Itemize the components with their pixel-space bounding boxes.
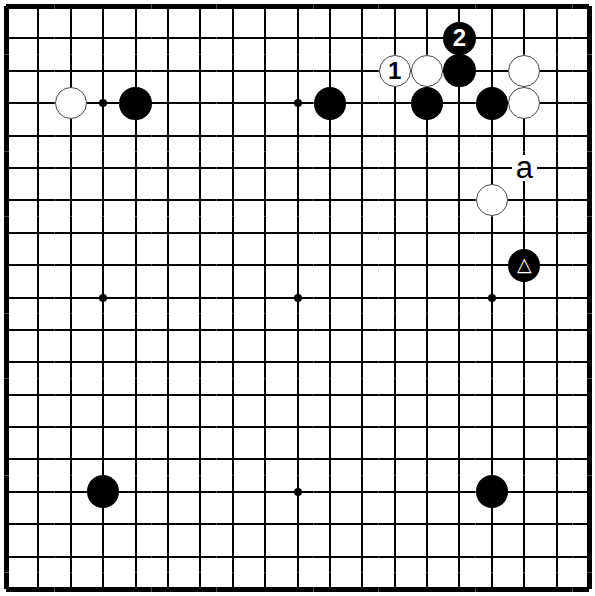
intersection-F19[interactable] [152, 0, 184, 22]
intersection-O6[interactable] [411, 411, 443, 443]
intersection-M8[interactable] [346, 346, 378, 378]
intersection-G9[interactable] [184, 314, 216, 346]
intersection-P1[interactable] [443, 573, 475, 596]
intersection-A12[interactable] [0, 217, 22, 249]
intersection-R3[interactable] [508, 508, 540, 540]
intersection-K10[interactable] [281, 281, 313, 313]
intersection-P15[interactable] [443, 119, 475, 151]
intersection-A10[interactable] [0, 281, 22, 313]
intersection-R16[interactable] [508, 87, 540, 119]
intersection-M16[interactable] [346, 87, 378, 119]
intersection-S17[interactable] [540, 55, 572, 87]
intersection-B19[interactable] [22, 0, 54, 22]
intersection-S9[interactable] [540, 314, 572, 346]
intersection-A16[interactable] [0, 87, 22, 119]
intersection-J10[interactable] [249, 281, 281, 313]
intersection-E17[interactable] [119, 55, 151, 87]
intersection-K4[interactable] [281, 476, 313, 508]
intersection-A9[interactable] [0, 314, 22, 346]
intersection-C9[interactable] [55, 314, 87, 346]
intersection-D13[interactable] [87, 184, 119, 216]
intersection-C14[interactable] [55, 152, 87, 184]
intersection-D10[interactable] [87, 281, 119, 313]
intersection-K14[interactable] [281, 152, 313, 184]
intersection-F4[interactable] [152, 476, 184, 508]
intersection-O4[interactable] [411, 476, 443, 508]
intersection-M10[interactable] [346, 281, 378, 313]
intersection-S2[interactable] [540, 540, 572, 572]
intersection-K2[interactable] [281, 540, 313, 572]
intersection-B10[interactable] [22, 281, 54, 313]
intersection-B14[interactable] [22, 152, 54, 184]
intersection-T14[interactable] [573, 152, 595, 184]
intersection-K3[interactable] [281, 508, 313, 540]
intersection-S10[interactable] [540, 281, 572, 313]
intersection-B18[interactable] [22, 22, 54, 54]
intersection-B13[interactable] [22, 184, 54, 216]
intersection-L9[interactable] [314, 314, 346, 346]
intersection-C16[interactable] [55, 87, 87, 119]
intersection-T3[interactable] [573, 508, 595, 540]
intersection-S3[interactable] [540, 508, 572, 540]
intersection-M9[interactable] [346, 314, 378, 346]
intersection-N5[interactable] [379, 443, 411, 475]
intersection-M1[interactable] [346, 573, 378, 596]
intersection-H1[interactable] [217, 573, 249, 596]
intersection-E14[interactable] [119, 152, 151, 184]
intersection-P2[interactable] [443, 540, 475, 572]
intersection-N8[interactable] [379, 346, 411, 378]
intersection-Q14[interactable] [476, 152, 508, 184]
intersection-O11[interactable] [411, 249, 443, 281]
intersection-Q7[interactable] [476, 379, 508, 411]
intersection-Q19[interactable] [476, 0, 508, 22]
intersection-M15[interactable] [346, 119, 378, 151]
intersection-N10[interactable] [379, 281, 411, 313]
intersection-G4[interactable] [184, 476, 216, 508]
intersection-T13[interactable] [573, 184, 595, 216]
intersection-D6[interactable] [87, 411, 119, 443]
intersection-H9[interactable] [217, 314, 249, 346]
intersection-P16[interactable] [443, 87, 475, 119]
intersection-N19[interactable] [379, 0, 411, 22]
intersection-B6[interactable] [22, 411, 54, 443]
intersection-R10[interactable] [508, 281, 540, 313]
intersection-S5[interactable] [540, 443, 572, 475]
intersection-F5[interactable] [152, 443, 184, 475]
intersection-O18[interactable] [411, 22, 443, 54]
intersection-R17[interactable] [508, 55, 540, 87]
intersection-H13[interactable] [217, 184, 249, 216]
intersection-G6[interactable] [184, 411, 216, 443]
intersection-R11[interactable]: △ [508, 249, 540, 281]
intersection-Q10[interactable] [476, 281, 508, 313]
intersection-C7[interactable] [55, 379, 87, 411]
intersection-L14[interactable] [314, 152, 346, 184]
intersection-L15[interactable] [314, 119, 346, 151]
intersection-O3[interactable] [411, 508, 443, 540]
intersection-K16[interactable] [281, 87, 313, 119]
intersection-L12[interactable] [314, 217, 346, 249]
intersection-O16[interactable] [411, 87, 443, 119]
intersection-K8[interactable] [281, 346, 313, 378]
intersection-F1[interactable] [152, 573, 184, 596]
intersection-B4[interactable] [22, 476, 54, 508]
intersection-D4[interactable] [87, 476, 119, 508]
intersection-G8[interactable] [184, 346, 216, 378]
intersection-O13[interactable] [411, 184, 443, 216]
intersection-O8[interactable] [411, 346, 443, 378]
intersection-H2[interactable] [217, 540, 249, 572]
intersection-A18[interactable] [0, 22, 22, 54]
intersection-S19[interactable] [540, 0, 572, 22]
intersection-E8[interactable] [119, 346, 151, 378]
intersection-T9[interactable] [573, 314, 595, 346]
intersection-Q11[interactable] [476, 249, 508, 281]
intersection-L18[interactable] [314, 22, 346, 54]
intersection-B1[interactable] [22, 573, 54, 596]
intersection-C11[interactable] [55, 249, 87, 281]
intersection-C19[interactable] [55, 0, 87, 22]
intersection-J18[interactable] [249, 22, 281, 54]
intersection-Q5[interactable] [476, 443, 508, 475]
intersection-E1[interactable] [119, 573, 151, 596]
intersection-S8[interactable] [540, 346, 572, 378]
intersection-G3[interactable] [184, 508, 216, 540]
intersection-D5[interactable] [87, 443, 119, 475]
intersection-G15[interactable] [184, 119, 216, 151]
intersection-J2[interactable] [249, 540, 281, 572]
intersection-C8[interactable] [55, 346, 87, 378]
intersection-D11[interactable] [87, 249, 119, 281]
intersection-S13[interactable] [540, 184, 572, 216]
intersection-E3[interactable] [119, 508, 151, 540]
intersection-B12[interactable] [22, 217, 54, 249]
intersection-H10[interactable] [217, 281, 249, 313]
intersection-Q3[interactable] [476, 508, 508, 540]
intersection-S18[interactable] [540, 22, 572, 54]
intersection-O5[interactable] [411, 443, 443, 475]
intersection-T15[interactable] [573, 119, 595, 151]
intersection-J7[interactable] [249, 379, 281, 411]
intersection-J8[interactable] [249, 346, 281, 378]
intersection-K1[interactable] [281, 573, 313, 596]
intersection-B3[interactable] [22, 508, 54, 540]
intersection-C5[interactable] [55, 443, 87, 475]
intersection-E9[interactable] [119, 314, 151, 346]
intersection-D7[interactable] [87, 379, 119, 411]
intersection-M12[interactable] [346, 217, 378, 249]
intersection-D12[interactable] [87, 217, 119, 249]
intersection-A2[interactable] [0, 540, 22, 572]
intersection-R4[interactable] [508, 476, 540, 508]
intersection-L10[interactable] [314, 281, 346, 313]
intersection-G5[interactable] [184, 443, 216, 475]
intersection-O12[interactable] [411, 217, 443, 249]
intersection-M14[interactable] [346, 152, 378, 184]
intersection-O1[interactable] [411, 573, 443, 596]
intersection-K18[interactable] [281, 22, 313, 54]
intersection-F18[interactable] [152, 22, 184, 54]
intersection-C4[interactable] [55, 476, 87, 508]
intersection-R19[interactable] [508, 0, 540, 22]
intersection-R9[interactable] [508, 314, 540, 346]
intersection-A17[interactable] [0, 55, 22, 87]
intersection-F8[interactable] [152, 346, 184, 378]
intersection-A3[interactable] [0, 508, 22, 540]
intersection-H7[interactable] [217, 379, 249, 411]
intersection-P12[interactable] [443, 217, 475, 249]
intersection-J17[interactable] [249, 55, 281, 87]
intersection-E13[interactable] [119, 184, 151, 216]
intersection-K11[interactable] [281, 249, 313, 281]
intersection-L2[interactable] [314, 540, 346, 572]
intersection-D16[interactable] [87, 87, 119, 119]
intersection-B16[interactable] [22, 87, 54, 119]
intersection-M11[interactable] [346, 249, 378, 281]
intersection-A4[interactable] [0, 476, 22, 508]
intersection-Q17[interactable] [476, 55, 508, 87]
intersection-F11[interactable] [152, 249, 184, 281]
intersection-T17[interactable] [573, 55, 595, 87]
intersection-T4[interactable] [573, 476, 595, 508]
intersection-M5[interactable] [346, 443, 378, 475]
intersection-Q16[interactable] [476, 87, 508, 119]
intersection-P3[interactable] [443, 508, 475, 540]
intersection-R7[interactable] [508, 379, 540, 411]
intersection-S14[interactable] [540, 152, 572, 184]
intersection-G2[interactable] [184, 540, 216, 572]
intersection-P4[interactable] [443, 476, 475, 508]
intersection-E7[interactable] [119, 379, 151, 411]
intersection-E19[interactable] [119, 0, 151, 22]
intersection-L16[interactable] [314, 87, 346, 119]
intersection-B9[interactable] [22, 314, 54, 346]
intersection-E12[interactable] [119, 217, 151, 249]
intersection-J1[interactable] [249, 573, 281, 596]
intersection-B17[interactable] [22, 55, 54, 87]
intersection-K5[interactable] [281, 443, 313, 475]
intersection-R8[interactable] [508, 346, 540, 378]
intersection-H11[interactable] [217, 249, 249, 281]
intersection-B11[interactable] [22, 249, 54, 281]
intersection-M3[interactable] [346, 508, 378, 540]
intersection-A1[interactable] [0, 573, 22, 596]
intersection-L8[interactable] [314, 346, 346, 378]
intersection-Q8[interactable] [476, 346, 508, 378]
intersection-S12[interactable] [540, 217, 572, 249]
intersection-D14[interactable] [87, 152, 119, 184]
intersection-E2[interactable] [119, 540, 151, 572]
intersection-H17[interactable] [217, 55, 249, 87]
intersection-E16[interactable] [119, 87, 151, 119]
intersection-P9[interactable] [443, 314, 475, 346]
intersection-M18[interactable] [346, 22, 378, 54]
intersection-P13[interactable] [443, 184, 475, 216]
intersection-Q1[interactable] [476, 573, 508, 596]
intersection-R13[interactable] [508, 184, 540, 216]
intersection-D8[interactable] [87, 346, 119, 378]
intersection-F16[interactable] [152, 87, 184, 119]
intersection-D3[interactable] [87, 508, 119, 540]
intersection-R2[interactable] [508, 540, 540, 572]
intersection-Q6[interactable] [476, 411, 508, 443]
intersection-T16[interactable] [573, 87, 595, 119]
intersection-M4[interactable] [346, 476, 378, 508]
intersection-F10[interactable] [152, 281, 184, 313]
intersection-L19[interactable] [314, 0, 346, 22]
intersection-H3[interactable] [217, 508, 249, 540]
intersection-P8[interactable] [443, 346, 475, 378]
intersection-F17[interactable] [152, 55, 184, 87]
intersection-E11[interactable] [119, 249, 151, 281]
intersection-O14[interactable] [411, 152, 443, 184]
intersection-J13[interactable] [249, 184, 281, 216]
intersection-F13[interactable] [152, 184, 184, 216]
intersection-P19[interactable] [443, 0, 475, 22]
intersection-B7[interactable] [22, 379, 54, 411]
intersection-F7[interactable] [152, 379, 184, 411]
intersection-F2[interactable] [152, 540, 184, 572]
intersection-F12[interactable] [152, 217, 184, 249]
intersection-A8[interactable] [0, 346, 22, 378]
intersection-K17[interactable] [281, 55, 313, 87]
intersection-O7[interactable] [411, 379, 443, 411]
intersection-G1[interactable] [184, 573, 216, 596]
intersection-M7[interactable] [346, 379, 378, 411]
intersection-H18[interactable] [217, 22, 249, 54]
intersection-N12[interactable] [379, 217, 411, 249]
intersection-E10[interactable] [119, 281, 151, 313]
intersection-A11[interactable] [0, 249, 22, 281]
intersection-M17[interactable] [346, 55, 378, 87]
intersection-G12[interactable] [184, 217, 216, 249]
intersection-H14[interactable] [217, 152, 249, 184]
intersection-Q15[interactable] [476, 119, 508, 151]
intersection-C3[interactable] [55, 508, 87, 540]
intersection-O19[interactable] [411, 0, 443, 22]
intersection-P14[interactable] [443, 152, 475, 184]
intersection-J5[interactable] [249, 443, 281, 475]
intersection-F14[interactable] [152, 152, 184, 184]
intersection-F3[interactable] [152, 508, 184, 540]
intersection-F9[interactable] [152, 314, 184, 346]
intersection-J3[interactable] [249, 508, 281, 540]
intersection-S1[interactable] [540, 573, 572, 596]
intersection-H6[interactable] [217, 411, 249, 443]
intersection-D19[interactable] [87, 0, 119, 22]
intersection-D15[interactable] [87, 119, 119, 151]
intersection-T6[interactable] [573, 411, 595, 443]
intersection-S11[interactable] [540, 249, 572, 281]
intersection-N14[interactable] [379, 152, 411, 184]
intersection-H5[interactable] [217, 443, 249, 475]
intersection-T11[interactable] [573, 249, 595, 281]
intersection-B5[interactable] [22, 443, 54, 475]
intersection-N3[interactable] [379, 508, 411, 540]
intersection-D17[interactable] [87, 55, 119, 87]
intersection-P17[interactable] [443, 55, 475, 87]
intersection-J19[interactable] [249, 0, 281, 22]
intersection-N16[interactable] [379, 87, 411, 119]
intersection-N2[interactable] [379, 540, 411, 572]
intersection-G7[interactable] [184, 379, 216, 411]
intersection-L1[interactable] [314, 573, 346, 596]
intersection-J4[interactable] [249, 476, 281, 508]
intersection-Q18[interactable] [476, 22, 508, 54]
intersection-D9[interactable] [87, 314, 119, 346]
intersection-E15[interactable] [119, 119, 151, 151]
intersection-K19[interactable] [281, 0, 313, 22]
intersection-Q12[interactable] [476, 217, 508, 249]
intersection-L11[interactable] [314, 249, 346, 281]
intersection-R12[interactable] [508, 217, 540, 249]
intersection-T8[interactable] [573, 346, 595, 378]
intersection-R18[interactable] [508, 22, 540, 54]
intersection-N6[interactable] [379, 411, 411, 443]
intersection-L7[interactable] [314, 379, 346, 411]
intersection-A5[interactable] [0, 443, 22, 475]
intersection-K15[interactable] [281, 119, 313, 151]
intersection-D1[interactable] [87, 573, 119, 596]
intersection-R14[interactable]: a [508, 152, 540, 184]
intersection-L3[interactable] [314, 508, 346, 540]
intersection-B15[interactable] [22, 119, 54, 151]
intersection-K9[interactable] [281, 314, 313, 346]
intersection-N13[interactable] [379, 184, 411, 216]
intersection-A15[interactable] [0, 119, 22, 151]
intersection-A14[interactable] [0, 152, 22, 184]
intersection-L4[interactable] [314, 476, 346, 508]
intersection-P5[interactable] [443, 443, 475, 475]
intersection-P7[interactable] [443, 379, 475, 411]
intersection-A6[interactable] [0, 411, 22, 443]
intersection-H15[interactable] [217, 119, 249, 151]
intersection-Q2[interactable] [476, 540, 508, 572]
intersection-M13[interactable] [346, 184, 378, 216]
intersection-S6[interactable] [540, 411, 572, 443]
intersection-F15[interactable] [152, 119, 184, 151]
intersection-H19[interactable] [217, 0, 249, 22]
intersection-G17[interactable] [184, 55, 216, 87]
intersection-K12[interactable] [281, 217, 313, 249]
intersection-A7[interactable] [0, 379, 22, 411]
intersection-P18[interactable]: 2 [443, 22, 475, 54]
intersection-G13[interactable] [184, 184, 216, 216]
intersection-L5[interactable] [314, 443, 346, 475]
intersection-J14[interactable] [249, 152, 281, 184]
intersection-E4[interactable] [119, 476, 151, 508]
intersection-L17[interactable] [314, 55, 346, 87]
intersection-K13[interactable] [281, 184, 313, 216]
intersection-C10[interactable] [55, 281, 87, 313]
intersection-S16[interactable] [540, 87, 572, 119]
intersection-C18[interactable] [55, 22, 87, 54]
intersection-T7[interactable] [573, 379, 595, 411]
intersection-J11[interactable] [249, 249, 281, 281]
intersection-T1[interactable] [573, 573, 595, 596]
intersection-Q4[interactable] [476, 476, 508, 508]
intersection-S15[interactable] [540, 119, 572, 151]
intersection-J9[interactable] [249, 314, 281, 346]
intersection-B2[interactable] [22, 540, 54, 572]
intersection-K7[interactable] [281, 379, 313, 411]
intersection-G19[interactable] [184, 0, 216, 22]
intersection-C13[interactable] [55, 184, 87, 216]
intersection-O17[interactable] [411, 55, 443, 87]
intersection-T18[interactable] [573, 22, 595, 54]
intersection-P11[interactable] [443, 249, 475, 281]
